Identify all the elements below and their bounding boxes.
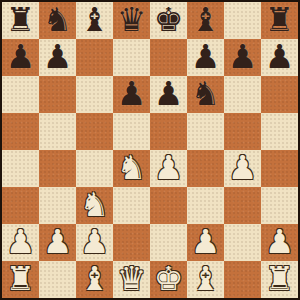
piece-black-rook: ♜: [265, 3, 295, 36]
square-h6[interactable]: [261, 76, 298, 113]
square-e7[interactable]: [150, 39, 187, 76]
square-b5[interactable]: [39, 113, 76, 150]
square-h8[interactable]: ♜: [261, 2, 298, 39]
square-h5[interactable]: [261, 113, 298, 150]
square-d2[interactable]: [113, 224, 150, 261]
square-h4[interactable]: [261, 150, 298, 187]
square-b2[interactable]: ♟: [39, 224, 76, 261]
square-c2[interactable]: ♟: [76, 224, 113, 261]
square-g5[interactable]: [224, 113, 261, 150]
square-a3[interactable]: [2, 187, 39, 224]
square-f6[interactable]: ♞: [187, 76, 224, 113]
square-h2[interactable]: ♟: [261, 224, 298, 261]
square-e3[interactable]: [150, 187, 187, 224]
piece-white-queen: ♛: [117, 262, 147, 295]
piece-black-pawn: ♟: [43, 40, 73, 73]
square-c4[interactable]: [76, 150, 113, 187]
piece-white-pawn: ♟: [228, 151, 258, 184]
square-g6[interactable]: [224, 76, 261, 113]
piece-white-knight: ♞: [117, 151, 147, 184]
square-f2[interactable]: ♟: [187, 224, 224, 261]
square-c3[interactable]: ♞: [76, 187, 113, 224]
piece-black-pawn: ♟: [265, 40, 295, 73]
square-c1[interactable]: ♝: [76, 261, 113, 298]
square-c6[interactable]: [76, 76, 113, 113]
square-c8[interactable]: ♝: [76, 2, 113, 39]
chess-board-frame: ♜♞♝♛♚♝♜♟♟♟♟♟♟♟♞♞♟♟♞♟♟♟♟♟♜♝♛♚♝♜: [0, 0, 300, 300]
square-e2[interactable]: [150, 224, 187, 261]
piece-black-knight: ♞: [191, 77, 221, 110]
square-d7[interactable]: [113, 39, 150, 76]
square-h3[interactable]: [261, 187, 298, 224]
square-f5[interactable]: [187, 113, 224, 150]
square-a5[interactable]: [2, 113, 39, 150]
square-a7[interactable]: ♟: [2, 39, 39, 76]
piece-black-knight: ♞: [43, 3, 73, 36]
square-g7[interactable]: ♟: [224, 39, 261, 76]
square-d4[interactable]: ♞: [113, 150, 150, 187]
piece-black-pawn: ♟: [154, 77, 184, 110]
piece-white-rook: ♜: [6, 262, 36, 295]
square-f3[interactable]: [187, 187, 224, 224]
square-g8[interactable]: [224, 2, 261, 39]
piece-white-knight: ♞: [80, 188, 110, 221]
square-h7[interactable]: ♟: [261, 39, 298, 76]
square-d8[interactable]: ♛: [113, 2, 150, 39]
square-e5[interactable]: [150, 113, 187, 150]
piece-white-bishop: ♝: [191, 262, 221, 295]
square-f4[interactable]: [187, 150, 224, 187]
piece-white-bishop: ♝: [80, 262, 110, 295]
square-b4[interactable]: [39, 150, 76, 187]
piece-white-pawn: ♟: [265, 225, 295, 258]
square-d1[interactable]: ♛: [113, 261, 150, 298]
square-e8[interactable]: ♚: [150, 2, 187, 39]
square-a2[interactable]: ♟: [2, 224, 39, 261]
square-f1[interactable]: ♝: [187, 261, 224, 298]
square-g1[interactable]: [224, 261, 261, 298]
square-a6[interactable]: [2, 76, 39, 113]
piece-white-king: ♚: [154, 262, 184, 295]
square-b8[interactable]: ♞: [39, 2, 76, 39]
square-d5[interactable]: [113, 113, 150, 150]
square-f8[interactable]: ♝: [187, 2, 224, 39]
square-h1[interactable]: ♜: [261, 261, 298, 298]
square-a8[interactable]: ♜: [2, 2, 39, 39]
piece-black-pawn: ♟: [117, 77, 147, 110]
piece-white-pawn: ♟: [191, 225, 221, 258]
square-e6[interactable]: ♟: [150, 76, 187, 113]
chess-board: ♜♞♝♛♚♝♜♟♟♟♟♟♟♟♞♞♟♟♞♟♟♟♟♟♜♝♛♚♝♜: [2, 2, 298, 298]
square-d3[interactable]: [113, 187, 150, 224]
square-a1[interactable]: ♜: [2, 261, 39, 298]
piece-black-pawn: ♟: [6, 40, 36, 73]
square-b6[interactable]: [39, 76, 76, 113]
piece-black-bishop: ♝: [191, 3, 221, 36]
piece-white-pawn: ♟: [80, 225, 110, 258]
piece-white-pawn: ♟: [6, 225, 36, 258]
square-a4[interactable]: [2, 150, 39, 187]
piece-white-pawn: ♟: [43, 225, 73, 258]
square-c7[interactable]: [76, 39, 113, 76]
square-g3[interactable]: [224, 187, 261, 224]
square-g2[interactable]: [224, 224, 261, 261]
square-b1[interactable]: [39, 261, 76, 298]
piece-black-pawn: ♟: [228, 40, 258, 73]
piece-black-bishop: ♝: [80, 3, 110, 36]
piece-black-king: ♚: [154, 3, 184, 36]
square-d6[interactable]: ♟: [113, 76, 150, 113]
piece-black-queen: ♛: [117, 3, 147, 36]
piece-black-rook: ♜: [6, 3, 36, 36]
square-e1[interactable]: ♚: [150, 261, 187, 298]
square-e4[interactable]: ♟: [150, 150, 187, 187]
square-b3[interactable]: [39, 187, 76, 224]
square-f7[interactable]: ♟: [187, 39, 224, 76]
piece-black-pawn: ♟: [191, 40, 221, 73]
piece-white-rook: ♜: [265, 262, 295, 295]
piece-white-pawn: ♟: [154, 151, 184, 184]
square-b7[interactable]: ♟: [39, 39, 76, 76]
square-g4[interactable]: ♟: [224, 150, 261, 187]
square-c5[interactable]: [76, 113, 113, 150]
